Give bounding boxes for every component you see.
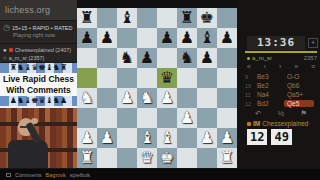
caption-tag: Bagrovk (46, 172, 66, 178)
square-f7[interactable]: ♟ (177, 28, 197, 48)
white-pawn: ♟ (77, 128, 97, 148)
square-h5[interactable] (217, 68, 237, 88)
square-g8[interactable]: ♚ (197, 8, 217, 28)
square-a3[interactable] (77, 108, 97, 128)
square-b7[interactable]: ♟ (97, 28, 117, 48)
square-e3[interactable] (157, 108, 177, 128)
menu-icon[interactable]: ≡ (311, 62, 315, 71)
chess-board[interactable]: ♜♝♜♚♟♟♟♟♝♟♞♟♞♟♛♞♟♞♟♟♟♟♝♝♟♟♜♛♚♜ (77, 8, 237, 168)
square-f2[interactable] (177, 128, 197, 148)
white-pawn: ♟ (157, 88, 177, 108)
square-h4[interactable] (217, 88, 237, 108)
square-g5[interactable] (197, 68, 217, 88)
move-number: 12 (245, 101, 254, 107)
square-d2[interactable]: ♝ (137, 128, 157, 148)
square-b2[interactable]: ♟ (97, 128, 117, 148)
add-time-button[interactable]: + (308, 38, 318, 48)
square-d3[interactable] (137, 108, 157, 128)
square-c1[interactable] (117, 148, 137, 168)
white-knight: ♞ (137, 88, 157, 108)
square-b4[interactable] (97, 88, 117, 108)
white-pawn: ♟ (97, 128, 117, 148)
clock-accent-bar (245, 51, 317, 53)
white-rook: ♜ (77, 148, 97, 168)
square-b1[interactable] (97, 148, 117, 168)
game-status-label: Playing right now (3, 32, 75, 39)
banner-title-line1: Live Rapid Chess (0, 73, 77, 85)
square-g3[interactable] (197, 108, 217, 128)
takeback-icon[interactable]: ↶ (255, 109, 261, 118)
square-c2[interactable] (117, 128, 137, 148)
black-pawn: ♟ (217, 28, 237, 48)
square-a4[interactable]: ♞ (77, 88, 97, 108)
prev-move-button[interactable]: ‹ (264, 62, 266, 71)
black-player-name: a_m_sr (2357) (9, 55, 45, 61)
site-title: lichess.org (0, 0, 77, 20)
move-cell[interactable]: Be3 (254, 73, 284, 80)
move-cell[interactable]: Bd2 (254, 100, 284, 107)
square-b8[interactable] (97, 8, 117, 28)
black-rook: ♜ (177, 8, 197, 28)
square-a8[interactable]: ♜ (77, 8, 97, 28)
black-king: ♚ (197, 8, 217, 28)
square-d8[interactable] (137, 8, 157, 28)
move-number: 11 (245, 92, 254, 98)
caption-text: Comments (15, 172, 42, 178)
square-c6[interactable]: ♞ (117, 48, 137, 68)
white-player-line[interactable]: ● Chessexplained (2407) (3, 46, 75, 54)
game-info-box: ◷ 15+15 • RAPID • RATED Playing right no… (0, 21, 77, 43)
square-d7[interactable] (137, 28, 157, 48)
white-pawn: ♟ (117, 88, 137, 108)
square-h1[interactable]: ♜ (217, 148, 237, 168)
square-a5[interactable] (77, 68, 97, 88)
square-b6[interactable] (97, 48, 117, 68)
left-overlay-column: lichess.org ◷ 15+15 • RAPID • RATED Play… (0, 0, 77, 180)
square-d6[interactable]: ♟ (137, 48, 157, 68)
square-g2[interactable]: ♟ (197, 128, 217, 148)
square-e1[interactable]: ♚ (157, 148, 177, 168)
white-king: ♚ (157, 148, 177, 168)
next-move-button[interactable]: › (279, 62, 281, 71)
square-b5[interactable] (97, 68, 117, 88)
black-queen: ♛ (157, 68, 177, 88)
black-pawn: ♟ (97, 28, 117, 48)
bottom-player-row[interactable]: IM Chessexplained (247, 119, 317, 128)
square-h6[interactable] (217, 48, 237, 68)
streamer-badge-icon (247, 122, 251, 126)
square-c3[interactable] (117, 108, 137, 128)
bottom-player-clock: 12 49 (247, 129, 292, 145)
streamer-body (8, 140, 48, 168)
square-f6[interactable]: ♞ (177, 48, 197, 68)
square-a6[interactable] (77, 48, 97, 68)
square-a2[interactable]: ♟ (77, 128, 97, 148)
banner-pieces-bottom: ♟♞♝♚♛♝♞♟ (0, 96, 77, 106)
white-bishop: ♝ (137, 128, 157, 148)
square-f3[interactable]: ♟ (177, 108, 197, 128)
black-bishop: ♝ (117, 8, 137, 28)
streamer-icon (9, 48, 13, 52)
move-cell[interactable]: Qa5+ (284, 91, 314, 98)
square-f8[interactable]: ♜ (177, 8, 197, 28)
online-dot-icon (247, 57, 250, 60)
black-pawn: ♟ (177, 28, 197, 48)
stream-banner: ♜♞♝♛♚♝♞♜ Live Rapid Chess With Comments … (0, 63, 77, 108)
square-c4[interactable]: ♟ (117, 88, 137, 108)
square-h8[interactable] (217, 8, 237, 28)
move-cell[interactable]: Na4 (254, 91, 284, 98)
resign-flag-icon[interactable]: ⚑ (300, 109, 307, 118)
square-e8[interactable] (157, 8, 177, 28)
move-number: 9 (245, 74, 254, 80)
webcam-feed (0, 108, 77, 168)
players-overlay: ● Chessexplained (2407) ○ a_m_sr (2357) (0, 44, 77, 62)
black-pawn: ♟ (137, 48, 157, 68)
black-bishop: ♝ (197, 28, 217, 48)
square-a7[interactable]: ♟ (77, 28, 97, 48)
top-player-clock: 13:36 (247, 36, 305, 50)
square-g6[interactable]: ♟ (197, 48, 217, 68)
square-h3[interactable] (217, 108, 237, 128)
bottom-player-name: Chessexplained (262, 120, 308, 127)
white-bishop: ♝ (157, 128, 177, 148)
square-g1[interactable] (197, 148, 217, 168)
top-player-row[interactable]: a_m_sr 2357 (247, 54, 317, 62)
clock-minutes: 12 (247, 129, 267, 145)
square-a1[interactable]: ♜ (77, 148, 97, 168)
square-g4[interactable] (197, 88, 217, 108)
comments-icon (6, 173, 11, 177)
square-c5[interactable] (117, 68, 137, 88)
caption-bar: Comments Bagrovk spielbok (0, 169, 320, 180)
move-cell[interactable]: Qb6 (284, 82, 314, 89)
game-actions: ↶ ½ ⚑ (255, 109, 307, 118)
move-number: 10 (245, 83, 254, 89)
white-color-dot: ● (3, 47, 7, 53)
clock-seconds: 49 (271, 129, 291, 145)
move-cell[interactable]: Be2 (254, 82, 284, 89)
square-g7[interactable]: ♝ (197, 28, 217, 48)
black-pawn: ♟ (77, 28, 97, 48)
current-move-cell[interactable]: Qe5 (284, 100, 314, 107)
bookshelf-line (0, 122, 77, 126)
square-e4[interactable]: ♟ (157, 88, 177, 108)
white-player-name: Chessexplained (2407) (15, 47, 72, 53)
black-player-line[interactable]: ○ a_m_sr (2357) (3, 54, 75, 62)
black-knight: ♞ (117, 48, 137, 68)
streamer-hand (31, 118, 38, 124)
black-pawn: ♟ (197, 48, 217, 68)
white-pawn: ♟ (177, 108, 197, 128)
black-knight: ♞ (177, 48, 197, 68)
banner-title-line2: With Comments (0, 85, 77, 96)
caption-text-2: spielbok (70, 172, 90, 178)
square-c8[interactable]: ♝ (117, 8, 137, 28)
square-c7[interactable] (117, 28, 137, 48)
square-f4[interactable] (177, 88, 197, 108)
white-knight: ♞ (77, 88, 97, 108)
square-h7[interactable]: ♟ (217, 28, 237, 48)
top-player-rating: 2357 (304, 55, 317, 61)
rapid-icon: ◷ (3, 24, 10, 32)
square-h2[interactable]: ♟ (217, 128, 237, 148)
last-move-button[interactable]: » (294, 62, 298, 71)
square-b3[interactable] (97, 108, 117, 128)
black-rook: ♜ (77, 8, 97, 28)
square-e6[interactable] (157, 48, 177, 68)
time-control-label: 15+15 • RAPID • RATED (12, 25, 72, 32)
square-e7[interactable]: ♟ (157, 28, 177, 48)
square-e2[interactable]: ♝ (157, 128, 177, 148)
white-pawn: ♟ (217, 128, 237, 148)
white-queen: ♛ (137, 148, 157, 168)
banner-pieces-top: ♜♞♝♛♚♝♞♜ (0, 63, 77, 73)
white-rook: ♜ (217, 148, 237, 168)
bottom-player-title: IM (253, 120, 260, 127)
square-d5[interactable] (137, 68, 157, 88)
square-f1[interactable] (177, 148, 197, 168)
top-player-name: a_m_sr (252, 55, 302, 61)
black-pawn: ♟ (157, 28, 177, 48)
replay-controls: « ‹ › » ≡ (247, 62, 315, 71)
draw-offer-icon[interactable]: ½ (278, 109, 284, 118)
game-side-panel: 13:36 + a_m_sr 2357 « ‹ › » ≡ 9 Be3 O-O … (237, 0, 320, 180)
first-move-button[interactable]: « (247, 62, 251, 71)
black-color-dot: ○ (3, 55, 7, 61)
white-pawn: ♟ (197, 128, 217, 148)
square-d1[interactable]: ♛ (137, 148, 157, 168)
square-d4[interactable]: ♞ (137, 88, 157, 108)
move-list: 9 Be3 O-O 10 Be2 Qb6 11 Na4 Qa5+ 12 Bd2 … (245, 72, 317, 108)
move-cell[interactable]: O-O (284, 73, 314, 80)
square-f5[interactable] (177, 68, 197, 88)
square-e5[interactable]: ♛ (157, 68, 177, 88)
video-frame: lichess.org ◷ 15+15 • RAPID • RATED Play… (0, 0, 320, 180)
